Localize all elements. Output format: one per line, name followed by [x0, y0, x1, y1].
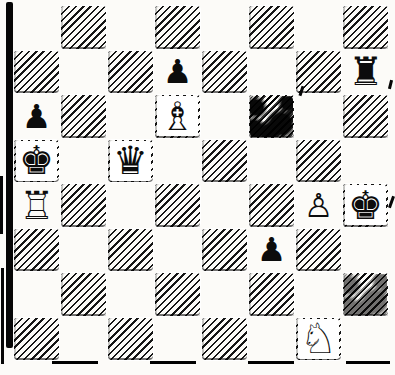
square-f2 [248, 272, 295, 317]
square-e6 [201, 94, 248, 139]
left-edge-ink-tick [1, 268, 4, 364]
square-h5 [342, 139, 389, 184]
square-h2 [342, 272, 389, 317]
square-a7 [13, 50, 60, 95]
piece-white-rook-a4: ♖ [16, 185, 57, 225]
square-c5: ♛ [107, 139, 154, 184]
piece-black-pawn-a6: ♟ [16, 96, 57, 136]
square-c7 [107, 50, 154, 95]
square-h8 [342, 5, 389, 50]
square-a8 [13, 5, 60, 50]
square-d4 [154, 183, 201, 228]
square-b1 [60, 317, 107, 362]
square-c3 [107, 228, 154, 273]
square-b3 [60, 228, 107, 273]
square-b5 [60, 139, 107, 184]
square-f6 [248, 94, 295, 139]
square-d8 [154, 5, 201, 50]
square-c6 [107, 94, 154, 139]
square-a3 [13, 228, 60, 273]
square-f1 [248, 317, 295, 362]
square-e8 [201, 5, 248, 50]
square-g8 [295, 5, 342, 50]
square-g5 [295, 139, 342, 184]
square-d7: ♟ [154, 50, 201, 95]
square-b8 [60, 5, 107, 50]
square-d2 [154, 272, 201, 317]
square-a6: ♟ [13, 94, 60, 139]
square-d6: ♗ [154, 94, 201, 139]
square-b2 [60, 272, 107, 317]
square-e7 [201, 50, 248, 95]
square-d1 [154, 317, 201, 362]
square-b6 [60, 94, 107, 139]
square-c1 [107, 317, 154, 362]
square-e1 [201, 317, 248, 362]
piece-black-queen-c5: ♛ [110, 141, 151, 181]
square-a1 [13, 317, 60, 362]
piece-black-king-a5: ♚ [16, 141, 57, 181]
square-g4: ♙ [295, 183, 342, 228]
stray-ink-tick [388, 80, 393, 89]
square-d3 [154, 228, 201, 273]
square-e5 [201, 139, 248, 184]
piece-black-pawn-d7: ♟ [157, 52, 198, 92]
piece-white-bishop-d6: ♗ [157, 96, 198, 136]
square-g2 [295, 272, 342, 317]
square-g1: ♘ [295, 317, 342, 362]
square-h4: ♚ [342, 183, 389, 228]
square-f7 [248, 50, 295, 95]
square-c4 [107, 183, 154, 228]
square-c2 [107, 272, 154, 317]
square-e2 [201, 272, 248, 317]
piece-white-pawn-g4: ♙ [298, 185, 339, 225]
square-b7 [60, 50, 107, 95]
square-c8 [107, 5, 154, 50]
square-h1 [342, 317, 389, 362]
square-f8 [248, 5, 295, 50]
piece-white-knight-g1: ♘ [298, 319, 339, 359]
left-margin-ink-bar [6, 2, 13, 348]
square-f3: ♟ [248, 228, 295, 273]
piece-black-rook-h7: ♜ [345, 52, 386, 92]
square-d5 [154, 139, 201, 184]
square-a2 [13, 272, 60, 317]
square-h3 [342, 228, 389, 273]
piece-black-pawn-f3: ♟ [251, 230, 292, 270]
bottom-broken-rule [52, 361, 390, 364]
square-b4 [60, 183, 107, 228]
square-a4: ♖ [13, 183, 60, 228]
square-f4 [248, 183, 295, 228]
chess-board: ♟♜♟♗♚♛♖♙♚♟♘ [13, 5, 389, 361]
stray-ink-tick [388, 196, 395, 208]
square-f5 [248, 139, 295, 184]
left-edge-ink-tick [0, 176, 3, 234]
square-h7: ♜ [342, 50, 389, 95]
square-h6 [342, 94, 389, 139]
square-a5: ♚ [13, 139, 60, 184]
square-e4 [201, 183, 248, 228]
scanned-chess-diagram: ♟♜♟♗♚♛♖♙♚♟♘ [0, 0, 395, 375]
square-e3 [201, 228, 248, 273]
square-g3 [295, 228, 342, 273]
piece-white-king-h4: ♚ [345, 185, 386, 225]
square-g6 [295, 94, 342, 139]
